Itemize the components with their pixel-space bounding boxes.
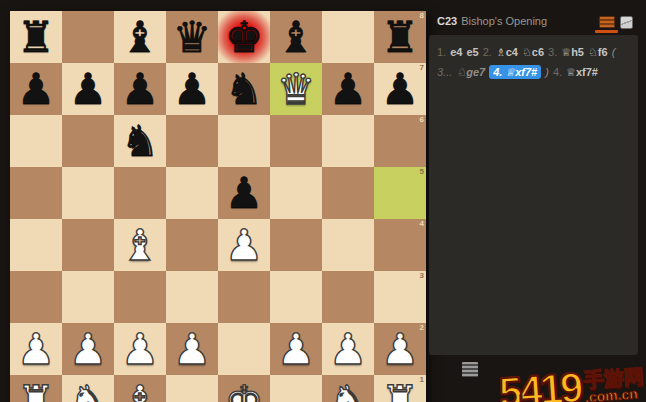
selected-move[interactable]: 4. ♕xf7# (489, 65, 541, 79)
square-b8[interactable] (62, 11, 114, 63)
move[interactable]: ♘ge7 (456, 66, 485, 78)
move[interactable]: e4 (450, 46, 462, 58)
square-f3[interactable] (270, 271, 322, 323)
black-pawn[interactable]: ♟ (121, 63, 160, 115)
rank-label-1: 1 (420, 376, 424, 384)
square-b1[interactable]: ♞ (62, 375, 114, 402)
active-tab-underline (595, 30, 618, 33)
white-pawn[interactable]: ♟ (277, 323, 316, 375)
white-pawn[interactable]: ♟ (381, 323, 420, 375)
square-d7[interactable]: ♟ (166, 63, 218, 115)
white-pawn[interactable]: ♟ (225, 219, 264, 271)
move: ) (545, 66, 549, 78)
square-a7[interactable]: ♟ (10, 63, 62, 115)
square-c5[interactable] (114, 167, 166, 219)
square-g8[interactable] (322, 11, 374, 63)
move-number: 3. (548, 46, 557, 58)
square-h5[interactable]: 5 (374, 167, 426, 219)
black-pawn[interactable]: ♟ (173, 63, 212, 115)
square-c6[interactable]: ♞ (114, 115, 166, 167)
black-bishop[interactable]: ♝ (121, 11, 160, 63)
black-knight[interactable]: ♞ (225, 63, 264, 115)
rank-label-4: 4 (420, 220, 424, 228)
square-d5[interactable] (166, 167, 218, 219)
move-number: 1. (437, 46, 446, 58)
square-e6[interactable] (218, 115, 270, 167)
white-king[interactable]: ♚ (225, 375, 264, 402)
square-h7[interactable]: ♟7 (374, 63, 426, 115)
move[interactable]: e5 (466, 46, 478, 58)
square-h3[interactable]: 3 (374, 271, 426, 323)
square-g1[interactable]: ♞ (322, 375, 374, 402)
square-g3[interactable] (322, 271, 374, 323)
square-e3[interactable] (218, 271, 270, 323)
square-c1[interactable]: ♝ (114, 375, 166, 402)
move-number: 4. (553, 66, 562, 78)
rank-label-6: 6 (420, 116, 424, 124)
square-a5[interactable] (10, 167, 62, 219)
square-f5[interactable] (270, 167, 322, 219)
square-g5[interactable] (322, 167, 374, 219)
black-pawn[interactable]: ♟ (17, 63, 56, 115)
white-pawn[interactable]: ♟ (69, 323, 108, 375)
square-g2[interactable]: ♟ (322, 323, 374, 375)
white-queen[interactable]: ♛ (277, 63, 316, 115)
move[interactable]: ♘c6 (522, 46, 544, 58)
square-g6[interactable] (322, 115, 374, 167)
rank-label-8: 8 (420, 12, 424, 20)
move: ( (612, 46, 616, 58)
black-pawn[interactable]: ♟ (225, 167, 264, 219)
white-pawn[interactable]: ♟ (121, 323, 160, 375)
move-number: 3... (437, 66, 452, 78)
square-d4[interactable] (166, 219, 218, 271)
square-c2[interactable]: ♟ (114, 323, 166, 375)
square-d2[interactable]: ♟ (166, 323, 218, 375)
square-f1[interactable] (270, 375, 322, 402)
black-pawn[interactable]: ♟ (329, 63, 368, 115)
opening-header: C23Bishop's Opening (437, 15, 547, 27)
square-e2[interactable] (218, 323, 270, 375)
move[interactable]: ♘f6 (588, 46, 608, 58)
white-pawn[interactable]: ♟ (173, 323, 212, 375)
square-e8[interactable]: ♚ (218, 11, 270, 63)
square-d6[interactable] (166, 115, 218, 167)
black-pawn[interactable]: ♟ (69, 63, 108, 115)
square-h8[interactable]: ♜8 (374, 11, 426, 63)
square-h1[interactable]: ♜1 (374, 375, 426, 402)
analysis-page: ♜♝♛♚♝♜8♟♟♟♟♞♛♟♟7♞6♟5♝♟43♟♟♟♟♟♟♟2♜♞♝♚♞♜1 … (0, 0, 646, 402)
square-e4[interactable]: ♟ (218, 219, 270, 271)
square-a2[interactable]: ♟ (10, 323, 62, 375)
menu-list-icon[interactable] (462, 362, 478, 377)
square-h2[interactable]: ♟2 (374, 323, 426, 375)
square-b6[interactable] (62, 115, 114, 167)
square-b5[interactable] (62, 167, 114, 219)
black-pawn[interactable]: ♟ (381, 63, 420, 115)
white-pawn[interactable]: ♟ (17, 323, 56, 375)
watermark-number: 5419 (497, 369, 581, 402)
square-f2[interactable]: ♟ (270, 323, 322, 375)
square-d1[interactable] (166, 375, 218, 402)
square-f6[interactable] (270, 115, 322, 167)
square-d8[interactable]: ♛ (166, 11, 218, 63)
black-king[interactable]: ♚ (225, 11, 264, 63)
square-b4[interactable] (62, 219, 114, 271)
square-h4[interactable]: 4 (374, 219, 426, 271)
square-b2[interactable]: ♟ (62, 323, 114, 375)
square-c4[interactable]: ♝ (114, 219, 166, 271)
move[interactable]: ♕xf7# (566, 66, 598, 78)
square-e1[interactable]: ♚ (218, 375, 270, 402)
white-rook[interactable]: ♜ (381, 375, 420, 402)
black-bishop[interactable]: ♝ (277, 11, 316, 63)
square-a1[interactable]: ♜ (10, 375, 62, 402)
move-number: 2. (483, 46, 492, 58)
watermark: 5419 手游网 .com.cn (497, 364, 645, 402)
square-c7[interactable]: ♟ (114, 63, 166, 115)
rank-label-5: 5 (420, 168, 424, 176)
opening-tab-icon[interactable] (599, 16, 615, 28)
square-b7[interactable]: ♟ (62, 63, 114, 115)
white-pawn[interactable]: ♟ (329, 323, 368, 375)
rank-label-7: 7 (420, 64, 424, 72)
square-e7[interactable]: ♞ (218, 63, 270, 115)
square-h6[interactable]: 6 (374, 115, 426, 167)
chess-board[interactable]: ♜♝♛♚♝♜8♟♟♟♟♞♛♟♟7♞6♟5♝♟43♟♟♟♟♟♟♟2♜♞♝♚♞♜1 (10, 11, 426, 402)
black-rook[interactable]: ♜ (17, 11, 56, 63)
black-queen[interactable]: ♛ (173, 11, 212, 63)
square-c8[interactable]: ♝ (114, 11, 166, 63)
square-a4[interactable] (10, 219, 62, 271)
square-g4[interactable] (322, 219, 374, 271)
square-c3[interactable] (114, 271, 166, 323)
square-a6[interactable] (10, 115, 62, 167)
square-g7[interactable]: ♟ (322, 63, 374, 115)
square-f8[interactable]: ♝ (270, 11, 322, 63)
rank-label-2: 2 (420, 324, 424, 332)
black-knight[interactable]: ♞ (121, 115, 160, 167)
square-a3[interactable] (10, 271, 62, 323)
square-d3[interactable] (166, 271, 218, 323)
move-list[interactable]: 1.e4e52.♗c4♘c63.♕h5♘f6(3...♘ge74. ♕xf7#)… (429, 35, 638, 355)
book-icon[interactable] (620, 16, 633, 29)
white-bishop[interactable]: ♝ (121, 375, 160, 402)
white-bishop[interactable]: ♝ (121, 219, 160, 271)
square-e5[interactable]: ♟ (218, 167, 270, 219)
rank-label-3: 3 (420, 272, 424, 280)
square-f7[interactable]: ♛ (270, 63, 322, 115)
move[interactable]: ♗c4 (496, 46, 518, 58)
opening-name: Bishop's Opening (461, 15, 547, 27)
black-rook[interactable]: ♜ (381, 11, 420, 63)
square-f4[interactable] (270, 219, 322, 271)
white-rook[interactable]: ♜ (17, 375, 56, 402)
white-knight[interactable]: ♞ (329, 375, 368, 402)
move[interactable]: ♕h5 (561, 46, 584, 58)
white-knight[interactable]: ♞ (69, 375, 108, 402)
watermark-domain: .com.cn (584, 387, 638, 402)
square-a8[interactable]: ♜ (10, 11, 62, 63)
eco-code: C23 (437, 15, 457, 27)
square-b3[interactable] (62, 271, 114, 323)
